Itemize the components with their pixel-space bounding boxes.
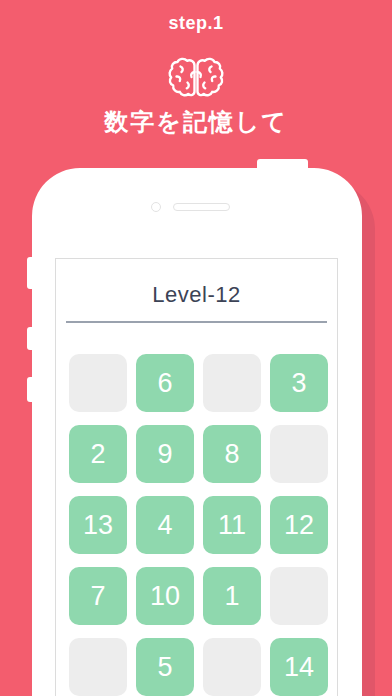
grid-cell-10[interactable]: 10	[136, 567, 194, 625]
grid-cell-11[interactable]: 11	[203, 496, 261, 554]
app-store-screenshot: step.1 数字を記憶して Level-12 6329813411127101…	[0, 0, 392, 696]
grid-cell-empty[interactable]	[203, 354, 261, 412]
grid-cell-13[interactable]: 13	[69, 496, 127, 554]
grid-cell-9[interactable]: 9	[136, 425, 194, 483]
power-button	[257, 159, 308, 173]
grid-cell-2[interactable]: 2	[69, 425, 127, 483]
mute-switch	[27, 257, 36, 289]
app-screen: Level-12 6329813411127101514	[55, 258, 338, 696]
earpiece-speaker	[173, 203, 230, 211]
step-label: step.1	[0, 13, 392, 34]
grid-cell-14[interactable]: 14	[270, 638, 328, 696]
grid-cell-3[interactable]: 3	[270, 354, 328, 412]
volume-down-button	[27, 377, 36, 402]
grid-cell-5[interactable]: 5	[136, 638, 194, 696]
grid-cell-empty[interactable]	[203, 638, 261, 696]
grid-cell-1[interactable]: 1	[203, 567, 261, 625]
grid-cell-12[interactable]: 12	[270, 496, 328, 554]
grid-cell-empty[interactable]	[270, 425, 328, 483]
instruction-text: 数字を記憶して	[0, 106, 392, 138]
brain-icon	[0, 57, 392, 101]
grid-cell-empty[interactable]	[69, 638, 127, 696]
grid-cell-7[interactable]: 7	[69, 567, 127, 625]
grid-cell-8[interactable]: 8	[203, 425, 261, 483]
volume-up-button	[27, 327, 36, 350]
grid-cell-4[interactable]: 4	[136, 496, 194, 554]
number-grid: 6329813411127101514	[69, 354, 328, 696]
level-title: Level-12	[56, 282, 337, 308]
grid-cell-empty[interactable]	[69, 354, 127, 412]
grid-cell-6[interactable]: 6	[136, 354, 194, 412]
title-divider	[66, 321, 327, 323]
grid-cell-empty[interactable]	[270, 567, 328, 625]
front-camera	[151, 202, 161, 212]
phone-mockup: Level-12 6329813411127101514	[32, 168, 362, 696]
